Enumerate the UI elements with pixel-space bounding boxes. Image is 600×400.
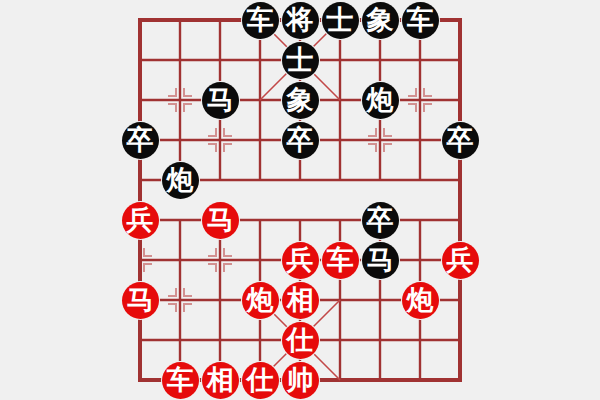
piece-red-chariot[interactable]: 车 <box>322 242 359 279</box>
piece-black-elephant[interactable]: 象 <box>282 82 319 119</box>
piece-black-soldier[interactable]: 卒 <box>282 122 319 159</box>
piece-black-horse[interactable]: 马 <box>202 82 239 119</box>
piece-red-horse[interactable]: 马 <box>122 282 159 319</box>
piece-red-advisor[interactable]: 仕 <box>282 322 319 359</box>
piece-black-soldier[interactable]: 卒 <box>362 202 399 239</box>
piece-red-elephant[interactable]: 相 <box>202 362 239 399</box>
piece-black-cannon[interactable]: 炮 <box>362 82 399 119</box>
piece-black-elephant[interactable]: 象 <box>362 2 399 39</box>
piece-red-horse[interactable]: 马 <box>202 202 239 239</box>
piece-red-chariot[interactable]: 车 <box>162 362 199 399</box>
piece-red-cannon[interactable]: 炮 <box>242 282 279 319</box>
piece-red-elephant[interactable]: 相 <box>282 282 319 319</box>
piece-red-soldier[interactable]: 兵 <box>282 242 319 279</box>
piece-red-soldier[interactable]: 兵 <box>442 242 479 279</box>
xiangqi-board-screenshot: 车将士象车士马象炮卒卒卒炮兵马卒兵车马兵马炮相炮仕车相仕帅 <box>0 0 600 400</box>
piece-red-advisor[interactable]: 仕 <box>242 362 279 399</box>
piece-black-advisor[interactable]: 士 <box>282 42 319 79</box>
piece-black-soldier[interactable]: 卒 <box>122 122 159 159</box>
piece-black-general[interactable]: 将 <box>282 2 319 39</box>
piece-red-cannon[interactable]: 炮 <box>402 282 439 319</box>
piece-black-cannon[interactable]: 炮 <box>162 162 199 199</box>
piece-black-chariot[interactable]: 车 <box>402 2 439 39</box>
piece-black-advisor[interactable]: 士 <box>322 2 359 39</box>
piece-red-soldier[interactable]: 兵 <box>122 202 159 239</box>
piece-black-soldier[interactable]: 卒 <box>442 122 479 159</box>
piece-black-horse[interactable]: 马 <box>362 242 399 279</box>
piece-red-general[interactable]: 帅 <box>282 362 319 399</box>
pieces-layer: 车将士象车士马象炮卒卒卒炮兵马卒兵车马兵马炮相炮仕车相仕帅 <box>120 0 480 400</box>
piece-black-chariot[interactable]: 车 <box>242 2 279 39</box>
